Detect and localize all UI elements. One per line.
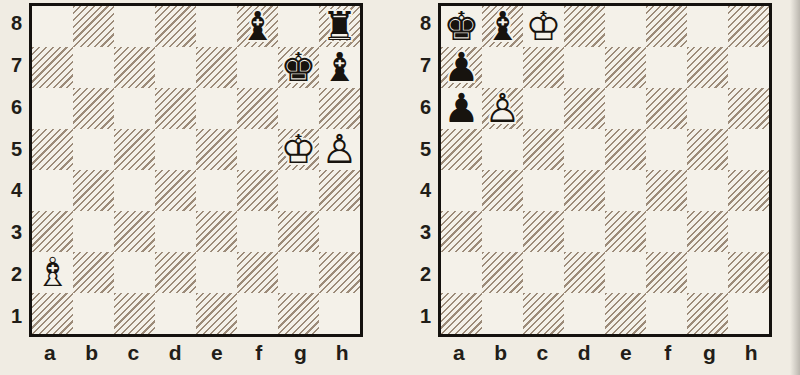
square-a1 — [32, 293, 73, 334]
square-h8 — [728, 6, 769, 47]
black-pawn-a6: ♟♟ — [441, 88, 482, 129]
black-king-g7: ♚♚ — [278, 47, 319, 88]
square-g2 — [278, 252, 319, 293]
square-h8: ♜♜ — [319, 6, 360, 47]
file-label-h: h — [321, 337, 363, 369]
black-bishop-b8: ♝♝ — [482, 6, 523, 47]
square-e8 — [605, 6, 646, 47]
piece-glyph: ♙ — [485, 88, 521, 128]
square-h7 — [728, 47, 769, 88]
square-c7 — [523, 47, 564, 88]
rank-label-1: 1 — [410, 295, 438, 337]
square-d5 — [564, 129, 605, 170]
square-g7: ♚♚ — [278, 47, 319, 88]
page-edge-shadow — [790, 0, 800, 375]
file-label-f: f — [647, 337, 689, 369]
left-diagram: 87654321 ♝♝♜♜♚♚♝♝♚♔♟♙♝♗ abcdefgh — [1, 3, 363, 369]
file-label-g: g — [689, 337, 731, 369]
piece-glyph: ♝ — [240, 6, 276, 46]
square-g2 — [687, 252, 728, 293]
square-f2 — [646, 252, 687, 293]
square-g3 — [278, 211, 319, 252]
square-d4 — [155, 170, 196, 211]
square-h2 — [319, 252, 360, 293]
square-b4 — [73, 170, 114, 211]
file-label-f: f — [238, 337, 280, 369]
square-h5: ♟♙ — [319, 129, 360, 170]
square-g6 — [687, 88, 728, 129]
square-b8 — [73, 6, 114, 47]
black-pawn-a7: ♟♟ — [441, 47, 482, 88]
right-rank-labels: 87654321 — [410, 3, 438, 337]
square-b6: ♟♙ — [482, 88, 523, 129]
piece-glyph: ♝ — [322, 47, 358, 87]
square-d1 — [155, 293, 196, 334]
square-b4 — [482, 170, 523, 211]
square-e5 — [196, 129, 237, 170]
square-a5 — [32, 129, 73, 170]
square-g1 — [687, 293, 728, 334]
white-pawn-h5: ♟♙ — [319, 129, 360, 170]
file-label-c: c — [113, 337, 155, 369]
square-c8: ♚♔ — [523, 6, 564, 47]
file-label-b: b — [480, 337, 522, 369]
right-chess-board: ♚♚♝♝♚♔♟♟♟♟♟♙ — [438, 3, 772, 337]
square-h6 — [319, 88, 360, 129]
square-b2 — [482, 252, 523, 293]
square-b7 — [73, 47, 114, 88]
square-f2 — [237, 252, 278, 293]
square-g4 — [687, 170, 728, 211]
square-d2 — [155, 252, 196, 293]
file-label-a: a — [438, 337, 480, 369]
file-label-e: e — [196, 337, 238, 369]
square-f4 — [646, 170, 687, 211]
square-a1 — [441, 293, 482, 334]
square-h4 — [728, 170, 769, 211]
square-f8: ♝♝ — [237, 6, 278, 47]
black-king-a8: ♚♚ — [441, 6, 482, 47]
rank-label-5: 5 — [410, 128, 438, 170]
rank-label-3: 3 — [1, 212, 29, 254]
square-d5 — [155, 129, 196, 170]
square-g1 — [278, 293, 319, 334]
square-b7 — [482, 47, 523, 88]
square-d6 — [564, 88, 605, 129]
white-king-g5: ♚♔ — [278, 129, 319, 170]
square-e7 — [605, 47, 646, 88]
square-f5 — [646, 129, 687, 170]
rank-label-4: 4 — [410, 170, 438, 212]
square-e1 — [605, 293, 646, 334]
square-e4 — [605, 170, 646, 211]
square-h3 — [319, 211, 360, 252]
piece-glyph: ♔ — [526, 6, 562, 46]
square-f6 — [237, 88, 278, 129]
rank-label-3: 3 — [410, 212, 438, 254]
square-d8 — [155, 6, 196, 47]
piece-glyph: ♔ — [281, 129, 317, 169]
square-f5 — [237, 129, 278, 170]
rank-label-1: 1 — [1, 295, 29, 337]
square-h3 — [728, 211, 769, 252]
file-label-b: b — [71, 337, 113, 369]
square-c4 — [114, 170, 155, 211]
square-d6 — [155, 88, 196, 129]
black-bishop-h7: ♝♝ — [319, 47, 360, 88]
square-g5 — [687, 129, 728, 170]
square-e4 — [196, 170, 237, 211]
square-b2 — [73, 252, 114, 293]
square-c6 — [114, 88, 155, 129]
square-g4 — [278, 170, 319, 211]
square-a2: ♝♗ — [32, 252, 73, 293]
right-diagram: 87654321 ♚♚♝♝♚♔♟♟♟♟♟♙ abcdefgh — [410, 3, 772, 369]
square-a4 — [441, 170, 482, 211]
square-b3 — [482, 211, 523, 252]
square-g7 — [687, 47, 728, 88]
square-h4 — [319, 170, 360, 211]
square-c4 — [523, 170, 564, 211]
square-e1 — [196, 293, 237, 334]
square-e6 — [605, 88, 646, 129]
square-c8 — [114, 6, 155, 47]
square-b6 — [73, 88, 114, 129]
piece-glyph: ♙ — [322, 129, 358, 169]
square-f8 — [646, 6, 687, 47]
left-chess-board: ♝♝♜♜♚♚♝♝♚♔♟♙♝♗ — [29, 3, 363, 337]
square-c7 — [114, 47, 155, 88]
square-c3 — [114, 211, 155, 252]
square-a3 — [441, 211, 482, 252]
white-pawn-b6: ♟♙ — [482, 88, 523, 129]
square-h6 — [728, 88, 769, 129]
rank-label-6: 6 — [410, 87, 438, 129]
square-c5 — [523, 129, 564, 170]
square-a5 — [441, 129, 482, 170]
square-c1 — [114, 293, 155, 334]
square-a7: ♟♟ — [441, 47, 482, 88]
square-h5 — [728, 129, 769, 170]
square-d4 — [564, 170, 605, 211]
square-g8 — [278, 6, 319, 47]
rank-label-2: 2 — [1, 254, 29, 296]
black-rook-h8: ♜♜ — [319, 6, 360, 47]
square-g5: ♚♔ — [278, 129, 319, 170]
file-label-c: c — [522, 337, 564, 369]
file-label-h: h — [730, 337, 772, 369]
black-bishop-f8: ♝♝ — [237, 6, 278, 47]
square-d3 — [564, 211, 605, 252]
square-b5 — [482, 129, 523, 170]
piece-glyph: ♟ — [444, 88, 480, 128]
piece-glyph: ♝ — [485, 6, 521, 46]
square-f6 — [646, 88, 687, 129]
square-b1 — [73, 293, 114, 334]
square-c2 — [523, 252, 564, 293]
left-rank-labels: 87654321 — [1, 3, 29, 337]
square-b1 — [482, 293, 523, 334]
square-c1 — [523, 293, 564, 334]
square-a8: ♚♚ — [441, 6, 482, 47]
piece-glyph: ♜ — [322, 6, 358, 46]
file-label-g: g — [280, 337, 322, 369]
square-h2 — [728, 252, 769, 293]
square-f3 — [646, 211, 687, 252]
square-a7 — [32, 47, 73, 88]
square-d1 — [564, 293, 605, 334]
square-d2 — [564, 252, 605, 293]
rank-label-2: 2 — [410, 254, 438, 296]
square-a8 — [32, 6, 73, 47]
square-f4 — [237, 170, 278, 211]
file-label-d: d — [154, 337, 196, 369]
square-f3 — [237, 211, 278, 252]
white-bishop-a2: ♝♗ — [32, 252, 73, 293]
square-g6 — [278, 88, 319, 129]
square-c5 — [114, 129, 155, 170]
square-a6: ♟♟ — [441, 88, 482, 129]
square-a6 — [32, 88, 73, 129]
square-f7 — [237, 47, 278, 88]
piece-glyph: ♗ — [35, 252, 71, 292]
piece-glyph: ♚ — [281, 47, 317, 87]
square-h1 — [319, 293, 360, 334]
square-g8 — [687, 6, 728, 47]
square-f7 — [646, 47, 687, 88]
piece-glyph: ♚ — [444, 6, 480, 46]
square-e3 — [605, 211, 646, 252]
right-file-labels: abcdefgh — [438, 337, 772, 369]
white-king-c8: ♚♔ — [523, 6, 564, 47]
square-c6 — [523, 88, 564, 129]
square-h7: ♝♝ — [319, 47, 360, 88]
square-a2 — [441, 252, 482, 293]
left-file-labels: abcdefgh — [29, 337, 363, 369]
file-label-a: a — [29, 337, 71, 369]
rank-label-8: 8 — [1, 3, 29, 45]
square-d3 — [155, 211, 196, 252]
square-f1 — [646, 293, 687, 334]
piece-glyph: ♟ — [444, 47, 480, 87]
square-d7 — [155, 47, 196, 88]
file-label-e: e — [605, 337, 647, 369]
square-e5 — [605, 129, 646, 170]
square-b5 — [73, 129, 114, 170]
file-label-d: d — [563, 337, 605, 369]
rank-label-7: 7 — [1, 45, 29, 87]
square-b8: ♝♝ — [482, 6, 523, 47]
rank-label-5: 5 — [1, 128, 29, 170]
square-a4 — [32, 170, 73, 211]
square-e2 — [196, 252, 237, 293]
rank-label-7: 7 — [410, 45, 438, 87]
square-h1 — [728, 293, 769, 334]
square-g3 — [687, 211, 728, 252]
square-c2 — [114, 252, 155, 293]
rank-label-4: 4 — [1, 170, 29, 212]
rank-label-8: 8 — [410, 3, 438, 45]
square-b3 — [73, 211, 114, 252]
square-e6 — [196, 88, 237, 129]
square-e3 — [196, 211, 237, 252]
square-e8 — [196, 6, 237, 47]
square-d8 — [564, 6, 605, 47]
rank-label-6: 6 — [1, 87, 29, 129]
square-e2 — [605, 252, 646, 293]
square-a3 — [32, 211, 73, 252]
square-e7 — [196, 47, 237, 88]
square-c3 — [523, 211, 564, 252]
square-f1 — [237, 293, 278, 334]
square-d7 — [564, 47, 605, 88]
